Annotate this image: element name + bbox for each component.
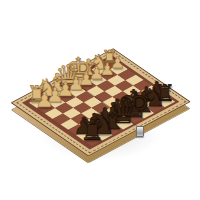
product-photo-stage: ♜♟♞♟♝♟♛♟♚♟♟♝♜♟♟♞♞♟♟♜♝♟♟♛♟♚♟♝♟♞♟♜ — [0, 0, 200, 200]
metal-clasp-icon — [136, 126, 144, 137]
